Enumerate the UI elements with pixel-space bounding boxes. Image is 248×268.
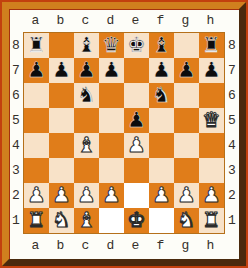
rank-label-5: 5 — [225, 108, 239, 133]
file-label-e: e — [123, 9, 148, 32]
square-h7[interactable]: ♟ — [199, 58, 224, 83]
square-a4[interactable] — [24, 133, 49, 158]
file-label-f: f — [148, 9, 173, 32]
square-g7[interactable]: ♟ — [174, 58, 199, 83]
white-pawn[interactable]: ♟ — [52, 183, 71, 208]
square-b6[interactable] — [49, 83, 74, 108]
square-g3[interactable] — [174, 158, 199, 183]
white-knight[interactable]: ♞ — [177, 208, 196, 233]
square-c4[interactable]: ♝ — [74, 133, 99, 158]
black-pawn[interactable]: ♟ — [177, 58, 196, 83]
file-label-g: g — [173, 234, 198, 257]
rank-label-2: 2 — [9, 183, 23, 208]
square-b4[interactable] — [49, 133, 74, 158]
square-f1[interactable] — [149, 208, 174, 233]
black-knight[interactable]: ♞ — [77, 83, 96, 108]
file-label-b: b — [48, 234, 73, 257]
square-h8[interactable]: ♜ — [199, 33, 224, 58]
square-f7[interactable]: ♟ — [149, 58, 174, 83]
square-f8[interactable]: ♝ — [149, 33, 174, 58]
chessboard-window: abcdefgh 87654321 ♜♝♛♚♝♜♟♟♟♟♟♟♟♞♞♟♛♝♟♟♟♟… — [0, 0, 248, 268]
rank-label-1: 1 — [9, 208, 23, 233]
board-middle-row: 87654321 ♜♝♛♚♝♜♟♟♟♟♟♟♟♞♞♟♛♝♟♟♟♟♟♟♟♟♜♞♝♚♞… — [9, 32, 239, 234]
black-pawn[interactable]: ♟ — [52, 58, 71, 83]
white-knight[interactable]: ♞ — [52, 208, 71, 233]
rank-label-1: 1 — [225, 208, 239, 233]
square-c8[interactable]: ♝ — [74, 33, 99, 58]
square-a2[interactable]: ♟ — [24, 183, 49, 208]
square-d4[interactable] — [99, 133, 124, 158]
square-e8[interactable]: ♚ — [124, 33, 149, 58]
black-pawn[interactable]: ♟ — [127, 108, 146, 133]
square-b8[interactable] — [49, 33, 74, 58]
rank-label-2: 2 — [225, 183, 239, 208]
square-e5[interactable]: ♟ — [124, 108, 149, 133]
black-pawn[interactable]: ♟ — [77, 58, 96, 83]
black-bishop[interactable]: ♝ — [77, 33, 96, 58]
square-f4[interactable] — [149, 133, 174, 158]
square-a3[interactable] — [24, 158, 49, 183]
file-label-b: b — [48, 9, 73, 32]
square-e6[interactable] — [124, 83, 149, 108]
white-king[interactable]: ♚ — [127, 208, 146, 233]
square-c1[interactable]: ♝ — [74, 208, 99, 233]
square-d7[interactable]: ♟ — [99, 58, 124, 83]
square-g6[interactable] — [174, 83, 199, 108]
square-e3[interactable] — [124, 158, 149, 183]
square-b3[interactable] — [49, 158, 74, 183]
square-c2[interactable]: ♟ — [74, 183, 99, 208]
rank-label-8: 8 — [9, 33, 23, 58]
square-h4[interactable] — [199, 133, 224, 158]
rank-label-3: 3 — [9, 158, 23, 183]
black-pawn[interactable]: ♟ — [152, 58, 171, 83]
white-pawn[interactable]: ♟ — [202, 183, 221, 208]
square-e4[interactable]: ♟ — [124, 133, 149, 158]
file-labels-top: abcdefgh — [9, 9, 239, 32]
white-pawn[interactable]: ♟ — [77, 183, 96, 208]
square-a8[interactable]: ♜ — [24, 33, 49, 58]
square-e2[interactable] — [124, 183, 149, 208]
square-c7[interactable]: ♟ — [74, 58, 99, 83]
rank-label-6: 6 — [225, 83, 239, 108]
rank-labels-left: 87654321 — [9, 33, 23, 233]
black-bishop[interactable]: ♝ — [152, 33, 171, 58]
square-h6[interactable] — [199, 83, 224, 108]
square-a5[interactable] — [24, 108, 49, 133]
file-label-e: e — [123, 234, 148, 257]
file-label-d: d — [98, 9, 123, 32]
square-d1[interactable] — [99, 208, 124, 233]
file-label-g: g — [173, 9, 198, 32]
square-h2[interactable]: ♟ — [199, 183, 224, 208]
black-pawn[interactable]: ♟ — [27, 58, 46, 83]
black-rook[interactable]: ♜ — [202, 33, 221, 58]
square-d3[interactable] — [99, 158, 124, 183]
square-f6[interactable]: ♞ — [149, 83, 174, 108]
file-label-c: c — [73, 234, 98, 257]
black-queen[interactable]: ♛ — [102, 33, 121, 58]
file-label-c: c — [73, 9, 98, 32]
square-d8[interactable]: ♛ — [99, 33, 124, 58]
file-label-h: h — [198, 9, 223, 32]
white-bishop[interactable]: ♝ — [77, 133, 96, 158]
white-rook[interactable]: ♜ — [202, 208, 221, 233]
square-e7[interactable] — [124, 58, 149, 83]
square-b5[interactable] — [49, 108, 74, 133]
square-h3[interactable] — [199, 158, 224, 183]
square-d2[interactable]: ♟ — [99, 183, 124, 208]
rank-label-3: 3 — [225, 158, 239, 183]
square-f5[interactable] — [149, 108, 174, 133]
square-b7[interactable]: ♟ — [49, 58, 74, 83]
white-bishop[interactable]: ♝ — [77, 208, 96, 233]
chess-board[interactable]: ♜♝♛♚♝♜♟♟♟♟♟♟♟♞♞♟♛♝♟♟♟♟♟♟♟♟♜♞♝♚♞♜ — [23, 32, 225, 234]
white-rook[interactable]: ♜ — [27, 208, 46, 233]
white-pawn[interactable]: ♟ — [127, 133, 146, 158]
square-g5[interactable] — [174, 108, 199, 133]
white-pawn[interactable]: ♟ — [102, 183, 121, 208]
square-g2[interactable]: ♟ — [174, 183, 199, 208]
rank-labels-right: 87654321 — [225, 33, 239, 233]
black-rook[interactable]: ♜ — [27, 33, 46, 58]
square-c3[interactable] — [74, 158, 99, 183]
black-pawn[interactable]: ♟ — [102, 58, 121, 83]
square-b1[interactable]: ♞ — [49, 208, 74, 233]
black-king[interactable]: ♚ — [127, 33, 146, 58]
square-d6[interactable] — [99, 83, 124, 108]
rank-label-8: 8 — [225, 33, 239, 58]
square-d5[interactable] — [99, 108, 124, 133]
square-e1[interactable]: ♚ — [124, 208, 149, 233]
rank-label-5: 5 — [9, 108, 23, 133]
square-f3[interactable] — [149, 158, 174, 183]
white-pawn[interactable]: ♟ — [27, 183, 46, 208]
file-label-f: f — [148, 234, 173, 257]
file-label-d: d — [98, 234, 123, 257]
white-pawn[interactable]: ♟ — [152, 183, 171, 208]
file-label-a: a — [23, 234, 48, 257]
square-b2[interactable]: ♟ — [49, 183, 74, 208]
rank-label-4: 4 — [225, 133, 239, 158]
square-c6[interactable]: ♞ — [74, 83, 99, 108]
white-pawn[interactable]: ♟ — [177, 183, 196, 208]
square-a7[interactable]: ♟ — [24, 58, 49, 83]
square-h1[interactable]: ♜ — [199, 208, 224, 233]
square-g4[interactable] — [174, 133, 199, 158]
square-f2[interactable]: ♟ — [149, 183, 174, 208]
square-g1[interactable]: ♞ — [174, 208, 199, 233]
rank-label-7: 7 — [225, 58, 239, 83]
rank-label-7: 7 — [9, 58, 23, 83]
board-frame: abcdefgh 87654321 ♜♝♛♚♝♜♟♟♟♟♟♟♟♞♞♟♛♝♟♟♟♟… — [2, 2, 246, 266]
square-h5[interactable]: ♛ — [199, 108, 224, 133]
square-a1[interactable]: ♜ — [24, 208, 49, 233]
square-a6[interactable] — [24, 83, 49, 108]
black-knight[interactable]: ♞ — [152, 83, 171, 108]
rank-label-4: 4 — [9, 133, 23, 158]
black-pawn[interactable]: ♟ — [202, 58, 221, 83]
rank-label-6: 6 — [9, 83, 23, 108]
file-label-a: a — [23, 9, 48, 32]
square-c5[interactable] — [74, 108, 99, 133]
file-labels-bottom: abcdefgh — [9, 234, 239, 257]
square-g8[interactable] — [174, 33, 199, 58]
file-label-h: h — [198, 234, 223, 257]
white-queen[interactable]: ♛ — [202, 108, 221, 133]
